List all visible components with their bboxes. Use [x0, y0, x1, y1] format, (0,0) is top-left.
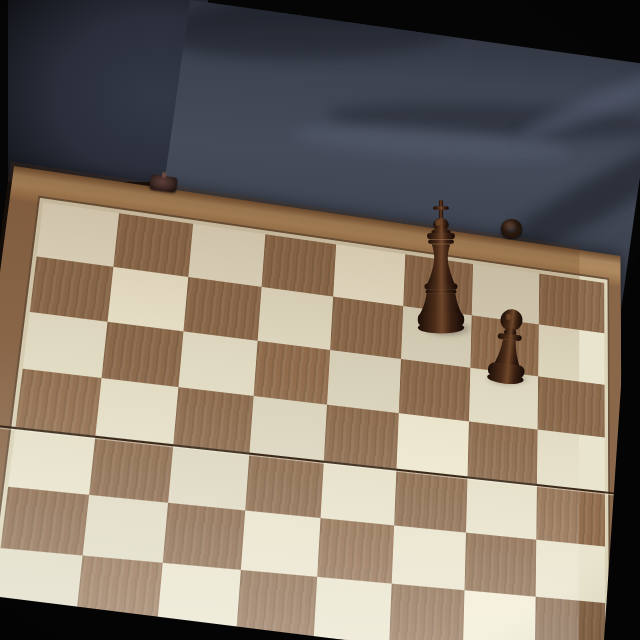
- square-c7: [183, 277, 261, 341]
- square-e2: [314, 577, 392, 640]
- square-d8: [262, 234, 337, 296]
- square-b7: [108, 267, 189, 332]
- square-a6: [23, 312, 108, 378]
- black-pawn: [482, 304, 536, 388]
- square-e6: [327, 350, 401, 413]
- square-e3: [317, 518, 394, 584]
- square-a3: [1, 487, 90, 556]
- clasp-knob-icon: [501, 219, 522, 238]
- board-grid: [0, 202, 606, 640]
- square-h3: [536, 540, 606, 603]
- square-f2: [389, 584, 464, 640]
- photo-scene: [0, 0, 640, 640]
- square-c8: [188, 224, 265, 287]
- square-e7: [330, 297, 403, 359]
- square-e5: [324, 405, 399, 469]
- square-d7: [258, 287, 334, 350]
- square-a7: [30, 256, 114, 321]
- square-d5: [249, 396, 327, 461]
- square-h5: [537, 430, 605, 492]
- square-c5: [173, 387, 253, 452]
- square-g5: [467, 421, 537, 484]
- square-d6: [254, 341, 331, 405]
- square-h2: [535, 597, 605, 640]
- square-b3: [83, 495, 168, 563]
- black-king: [414, 200, 468, 336]
- square-f3: [392, 525, 466, 590]
- square-b5: [95, 378, 178, 444]
- square-b8: [113, 213, 193, 277]
- square-e8: [333, 244, 405, 306]
- square-f6: [399, 359, 471, 421]
- square-c3: [163, 503, 246, 570]
- square-h8: [539, 274, 605, 334]
- square-d2: [236, 570, 317, 637]
- square-f5: [396, 413, 468, 476]
- square-a5: [16, 369, 102, 436]
- square-h7: [538, 324, 604, 384]
- square-b6: [102, 322, 184, 387]
- square-c6: [178, 331, 257, 396]
- fabric-fold-shadow: [157, 0, 458, 61]
- square-h6: [538, 376, 605, 437]
- square-g2: [463, 590, 536, 640]
- square-d3: [241, 510, 321, 576]
- square-g3: [464, 533, 536, 597]
